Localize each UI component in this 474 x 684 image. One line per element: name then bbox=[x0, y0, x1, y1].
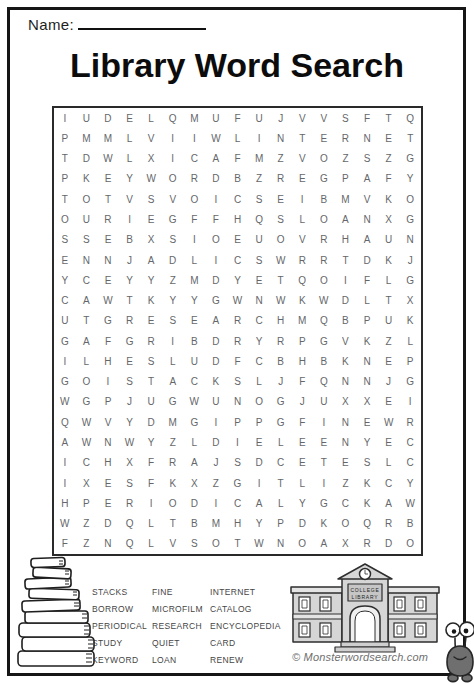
grid-cell-r2c3[interactable]: M bbox=[97, 128, 119, 148]
grid-cell-r4c16[interactable]: F bbox=[378, 169, 400, 189]
grid-cell-r19c14[interactable]: Z bbox=[335, 473, 357, 493]
grid-cell-r19c16[interactable]: C bbox=[378, 473, 400, 493]
grid-cell-r7c3[interactable]: E bbox=[97, 230, 119, 250]
grid-cell-r21c13[interactable]: K bbox=[313, 513, 335, 533]
grid-cell-r5c15[interactable]: V bbox=[356, 189, 378, 209]
grid-cell-r12c4[interactable]: G bbox=[119, 331, 141, 351]
grid-cell-r22c17[interactable]: O bbox=[399, 534, 421, 554]
grid-cell-r1c4[interactable]: E bbox=[119, 108, 141, 128]
grid-cell-r18c10[interactable]: D bbox=[248, 453, 270, 473]
grid-cell-r20c1[interactable]: H bbox=[54, 493, 76, 513]
grid-cell-r19c13[interactable]: I bbox=[313, 473, 335, 493]
grid-cell-r4c17[interactable]: Y bbox=[399, 169, 421, 189]
grid-cell-r16c10[interactable]: P bbox=[248, 412, 270, 432]
grid-cell-r17c7[interactable]: L bbox=[184, 432, 206, 452]
grid-cell-r20c6[interactable]: O bbox=[162, 493, 184, 513]
grid-cell-r10c15[interactable]: L bbox=[356, 290, 378, 310]
grid-cell-r15c14[interactable]: X bbox=[335, 392, 357, 412]
grid-cell-r11c16[interactable]: U bbox=[378, 311, 400, 331]
grid-cell-r15c12[interactable]: J bbox=[291, 392, 313, 412]
grid-cell-r6c4[interactable]: I bbox=[119, 209, 141, 229]
grid-cell-r3c2[interactable]: D bbox=[76, 149, 98, 169]
grid-cell-r19c4[interactable]: S bbox=[119, 473, 141, 493]
grid-cell-r13c13[interactable]: B bbox=[313, 351, 335, 371]
grid-cell-r12c2[interactable]: A bbox=[76, 331, 98, 351]
grid-cell-r14c16[interactable]: J bbox=[378, 372, 400, 392]
grid-cell-r1c7[interactable]: M bbox=[184, 108, 206, 128]
grid-cell-r11c7[interactable]: E bbox=[184, 311, 206, 331]
grid-cell-r3c6[interactable]: I bbox=[162, 149, 184, 169]
grid-cell-r6c7[interactable]: F bbox=[184, 209, 206, 229]
grid-cell-r20c12[interactable]: Y bbox=[291, 493, 313, 513]
grid-cell-r13c11[interactable]: B bbox=[270, 351, 292, 371]
grid-cell-r2c17[interactable]: T bbox=[399, 128, 421, 148]
grid-cell-r19c3[interactable]: E bbox=[97, 473, 119, 493]
grid-cell-r11c9[interactable]: R bbox=[227, 311, 249, 331]
grid-cell-r12c11[interactable]: R bbox=[270, 331, 292, 351]
grid-cell-r4c1[interactable]: P bbox=[54, 169, 76, 189]
grid-cell-r18c11[interactable]: C bbox=[270, 453, 292, 473]
grid-cell-r16c1[interactable]: Q bbox=[54, 412, 76, 432]
grid-cell-r9c17[interactable]: G bbox=[399, 270, 421, 290]
grid-cell-r17c13[interactable]: E bbox=[313, 432, 335, 452]
grid-cell-r5c5[interactable]: S bbox=[140, 189, 162, 209]
grid-cell-r19c2[interactable]: X bbox=[76, 473, 98, 493]
grid-cell-r6c5[interactable]: E bbox=[140, 209, 162, 229]
grid-cell-r16c7[interactable]: G bbox=[184, 412, 206, 432]
grid-cell-r13c4[interactable]: E bbox=[119, 351, 141, 371]
grid-cell-r14c10[interactable]: L bbox=[248, 372, 270, 392]
grid-cell-r2c12[interactable]: T bbox=[291, 128, 313, 148]
grid-cell-r13c9[interactable]: F bbox=[227, 351, 249, 371]
grid-cell-r4c11[interactable]: R bbox=[270, 169, 292, 189]
grid-cell-r21c10[interactable]: Y bbox=[248, 513, 270, 533]
grid-cell-r19c1[interactable]: I bbox=[54, 473, 76, 493]
grid-cell-r8c10[interactable]: S bbox=[248, 250, 270, 270]
grid-cell-r5c12[interactable]: I bbox=[291, 189, 313, 209]
grid-cell-r13c16[interactable]: E bbox=[378, 351, 400, 371]
grid-cell-r13c14[interactable]: K bbox=[335, 351, 357, 371]
grid-cell-r16c12[interactable]: F bbox=[291, 412, 313, 432]
grid-cell-r2c6[interactable]: I bbox=[162, 128, 184, 148]
grid-cell-r4c2[interactable]: K bbox=[76, 169, 98, 189]
grid-cell-r5c11[interactable]: E bbox=[270, 189, 292, 209]
grid-cell-r14c6[interactable]: A bbox=[162, 372, 184, 392]
grid-cell-r15c15[interactable]: X bbox=[356, 392, 378, 412]
grid-cell-r17c2[interactable]: W bbox=[76, 432, 98, 452]
grid-cell-r8c12[interactable]: R bbox=[291, 250, 313, 270]
grid-cell-r14c11[interactable]: J bbox=[270, 372, 292, 392]
grid-cell-r21c17[interactable]: B bbox=[399, 513, 421, 533]
grid-cell-r22c8[interactable]: O bbox=[205, 534, 227, 554]
grid-cell-r5c8[interactable]: I bbox=[205, 189, 227, 209]
grid-cell-r18c4[interactable]: X bbox=[119, 453, 141, 473]
grid-cell-r3c4[interactable]: L bbox=[119, 149, 141, 169]
grid-cell-r14c3[interactable]: I bbox=[97, 372, 119, 392]
grid-cell-r4c9[interactable]: B bbox=[227, 169, 249, 189]
grid-cell-r10c16[interactable]: T bbox=[378, 290, 400, 310]
grid-cell-r22c16[interactable]: D bbox=[378, 534, 400, 554]
grid-cell-r5c9[interactable]: C bbox=[227, 189, 249, 209]
grid-cell-r16c13[interactable]: I bbox=[313, 412, 335, 432]
grid-cell-r3c8[interactable]: A bbox=[205, 149, 227, 169]
grid-cell-r3c15[interactable]: S bbox=[356, 149, 378, 169]
grid-cell-r14c5[interactable]: T bbox=[140, 372, 162, 392]
grid-cell-r13c2[interactable]: L bbox=[76, 351, 98, 371]
grid-cell-r7c14[interactable]: H bbox=[335, 230, 357, 250]
grid-cell-r8c8[interactable]: I bbox=[205, 250, 227, 270]
grid-cell-r4c3[interactable]: E bbox=[97, 169, 119, 189]
grid-cell-r18c9[interactable]: S bbox=[227, 453, 249, 473]
grid-cell-r11c5[interactable]: E bbox=[140, 311, 162, 331]
grid-cell-r22c3[interactable]: N bbox=[97, 534, 119, 554]
grid-cell-r17c6[interactable]: Z bbox=[162, 432, 184, 452]
grid-cell-r12c17[interactable]: L bbox=[399, 331, 421, 351]
grid-cell-r2c10[interactable]: I bbox=[248, 128, 270, 148]
grid-cell-r3c10[interactable]: M bbox=[248, 149, 270, 169]
grid-cell-r21c15[interactable]: Q bbox=[356, 513, 378, 533]
grid-cell-r11c11[interactable]: H bbox=[270, 311, 292, 331]
grid-cell-r4c6[interactable]: O bbox=[162, 169, 184, 189]
grid-cell-r21c9[interactable]: H bbox=[227, 513, 249, 533]
grid-cell-r18c13[interactable]: T bbox=[313, 453, 335, 473]
grid-cell-r13c3[interactable]: H bbox=[97, 351, 119, 371]
grid-cell-r18c7[interactable]: A bbox=[184, 453, 206, 473]
grid-cell-r21c5[interactable]: L bbox=[140, 513, 162, 533]
grid-cell-r15c4[interactable]: J bbox=[119, 392, 141, 412]
grid-cell-r2c15[interactable]: N bbox=[356, 128, 378, 148]
grid-cell-r6c9[interactable]: H bbox=[227, 209, 249, 229]
grid-cell-r12c12[interactable]: P bbox=[291, 331, 313, 351]
grid-cell-r9c2[interactable]: C bbox=[76, 270, 98, 290]
grid-cell-r19c5[interactable]: F bbox=[140, 473, 162, 493]
grid-cell-r17c14[interactable]: N bbox=[335, 432, 357, 452]
grid-cell-r2c9[interactable]: L bbox=[227, 128, 249, 148]
grid-cell-r1c3[interactable]: D bbox=[97, 108, 119, 128]
grid-cell-r21c1[interactable]: W bbox=[54, 513, 76, 533]
grid-cell-r15c16[interactable]: E bbox=[378, 392, 400, 412]
grid-cell-r9c13[interactable]: O bbox=[313, 270, 335, 290]
grid-cell-r8c9[interactable]: C bbox=[227, 250, 249, 270]
grid-cell-r8c7[interactable]: L bbox=[184, 250, 206, 270]
grid-cell-r11c12[interactable]: M bbox=[291, 311, 313, 331]
grid-cell-r7c1[interactable]: S bbox=[54, 230, 76, 250]
grid-cell-r1c1[interactable]: I bbox=[54, 108, 76, 128]
grid-cell-r14c9[interactable]: S bbox=[227, 372, 249, 392]
grid-cell-r10c10[interactable]: N bbox=[248, 290, 270, 310]
grid-cell-r12c16[interactable]: Z bbox=[378, 331, 400, 351]
grid-cell-r7c7[interactable]: I bbox=[184, 230, 206, 250]
grid-cell-r6c1[interactable]: O bbox=[54, 209, 76, 229]
grid-cell-r17c8[interactable]: D bbox=[205, 432, 227, 452]
grid-cell-r10c6[interactable]: Y bbox=[162, 290, 184, 310]
grid-cell-r2c1[interactable]: P bbox=[54, 128, 76, 148]
grid-cell-r9c15[interactable]: F bbox=[356, 270, 378, 290]
grid-cell-r13c8[interactable]: D bbox=[205, 351, 227, 371]
grid-cell-r8c16[interactable]: K bbox=[378, 250, 400, 270]
grid-cell-r20c4[interactable]: R bbox=[119, 493, 141, 513]
grid-cell-r7c6[interactable]: S bbox=[162, 230, 184, 250]
grid-cell-r4c8[interactable]: D bbox=[205, 169, 227, 189]
grid-cell-r2c5[interactable]: V bbox=[140, 128, 162, 148]
grid-cell-r3c5[interactable]: X bbox=[140, 149, 162, 169]
grid-cell-r6c3[interactable]: R bbox=[97, 209, 119, 229]
grid-cell-r1c13[interactable]: V bbox=[313, 108, 335, 128]
grid-cell-r15c9[interactable]: N bbox=[227, 392, 249, 412]
grid-cell-r10c9[interactable]: W bbox=[227, 290, 249, 310]
grid-cell-r2c16[interactable]: E bbox=[378, 128, 400, 148]
grid-cell-r11c3[interactable]: G bbox=[97, 311, 119, 331]
grid-cell-r4c12[interactable]: E bbox=[291, 169, 313, 189]
grid-cell-r22c14[interactable]: X bbox=[335, 534, 357, 554]
grid-cell-r22c12[interactable]: O bbox=[291, 534, 313, 554]
grid-cell-r19c17[interactable]: Y bbox=[399, 473, 421, 493]
grid-cell-r18c17[interactable]: C bbox=[399, 453, 421, 473]
grid-cell-r13c10[interactable]: C bbox=[248, 351, 270, 371]
grid-cell-r15c11[interactable]: G bbox=[270, 392, 292, 412]
grid-cell-r20c5[interactable]: I bbox=[140, 493, 162, 513]
grid-cell-r10c17[interactable]: X bbox=[399, 290, 421, 310]
grid-cell-r8c4[interactable]: J bbox=[119, 250, 141, 270]
grid-cell-r22c13[interactable]: A bbox=[313, 534, 335, 554]
grid-cell-r3c11[interactable]: Z bbox=[270, 149, 292, 169]
grid-cell-r19c15[interactable]: K bbox=[356, 473, 378, 493]
grid-cell-r1c2[interactable]: U bbox=[76, 108, 98, 128]
grid-cell-r11c2[interactable]: T bbox=[76, 311, 98, 331]
grid-cell-r19c9[interactable]: G bbox=[227, 473, 249, 493]
grid-cell-r18c12[interactable]: E bbox=[291, 453, 313, 473]
grid-cell-r19c7[interactable]: X bbox=[184, 473, 206, 493]
grid-cell-r5c1[interactable]: T bbox=[54, 189, 76, 209]
grid-cell-r10c7[interactable]: Y bbox=[184, 290, 206, 310]
grid-cell-r17c16[interactable]: E bbox=[378, 432, 400, 452]
grid-cell-r7c11[interactable]: O bbox=[270, 230, 292, 250]
grid-cell-r6c13[interactable]: O bbox=[313, 209, 335, 229]
grid-cell-r12c3[interactable]: F bbox=[97, 331, 119, 351]
grid-cell-r5c3[interactable]: T bbox=[97, 189, 119, 209]
grid-cell-r16c16[interactable]: W bbox=[378, 412, 400, 432]
grid-cell-r11c13[interactable]: Q bbox=[313, 311, 335, 331]
grid-cell-r18c8[interactable]: J bbox=[205, 453, 227, 473]
grid-cell-r1c17[interactable]: Q bbox=[399, 108, 421, 128]
grid-cell-r14c7[interactable]: C bbox=[184, 372, 206, 392]
grid-cell-r17c5[interactable]: Y bbox=[140, 432, 162, 452]
grid-cell-r7c13[interactable]: R bbox=[313, 230, 335, 250]
grid-cell-r14c2[interactable]: O bbox=[76, 372, 98, 392]
grid-cell-r19c8[interactable]: Z bbox=[205, 473, 227, 493]
grid-cell-r10c5[interactable]: K bbox=[140, 290, 162, 310]
grid-cell-r2c8[interactable]: W bbox=[205, 128, 227, 148]
grid-cell-r20c8[interactable]: I bbox=[205, 493, 227, 513]
grid-cell-r6c11[interactable]: S bbox=[270, 209, 292, 229]
grid-cell-r17c1[interactable]: A bbox=[54, 432, 76, 452]
grid-cell-r20c3[interactable]: E bbox=[97, 493, 119, 513]
name-input-line[interactable] bbox=[78, 16, 206, 30]
grid-cell-r7c9[interactable]: E bbox=[227, 230, 249, 250]
grid-cell-r11c10[interactable]: C bbox=[248, 311, 270, 331]
grid-cell-r4c5[interactable]: W bbox=[140, 169, 162, 189]
grid-cell-r8c2[interactable]: N bbox=[76, 250, 98, 270]
grid-cell-r10c4[interactable]: T bbox=[119, 290, 141, 310]
grid-cell-r9c9[interactable]: Y bbox=[227, 270, 249, 290]
grid-cell-r5c17[interactable]: O bbox=[399, 189, 421, 209]
grid-cell-r12c8[interactable]: D bbox=[205, 331, 227, 351]
grid-cell-r9c11[interactable]: T bbox=[270, 270, 292, 290]
grid-cell-r21c8[interactable]: M bbox=[205, 513, 227, 533]
grid-cell-r18c5[interactable]: F bbox=[140, 453, 162, 473]
grid-cell-r17c4[interactable]: W bbox=[119, 432, 141, 452]
grid-cell-r1c11[interactable]: J bbox=[270, 108, 292, 128]
grid-cell-r15c6[interactable]: G bbox=[162, 392, 184, 412]
grid-cell-r6c15[interactable]: N bbox=[356, 209, 378, 229]
grid-cell-r12c5[interactable]: R bbox=[140, 331, 162, 351]
grid-cell-r12c14[interactable]: V bbox=[335, 331, 357, 351]
grid-cell-r8c13[interactable]: R bbox=[313, 250, 335, 270]
grid-cell-r5c16[interactable]: K bbox=[378, 189, 400, 209]
grid-cell-r12c6[interactable]: I bbox=[162, 331, 184, 351]
grid-cell-r1c10[interactable]: U bbox=[248, 108, 270, 128]
grid-cell-r9c14[interactable]: I bbox=[335, 270, 357, 290]
grid-cell-r16c4[interactable]: Y bbox=[119, 412, 141, 432]
grid-cell-r20c10[interactable]: A bbox=[248, 493, 270, 513]
grid-cell-r1c6[interactable]: Q bbox=[162, 108, 184, 128]
grid-cell-r12c9[interactable]: R bbox=[227, 331, 249, 351]
grid-cell-r14c1[interactable]: G bbox=[54, 372, 76, 392]
grid-cell-r12c10[interactable]: Y bbox=[248, 331, 270, 351]
grid-cell-r22c15[interactable]: R bbox=[356, 534, 378, 554]
grid-cell-r18c6[interactable]: R bbox=[162, 453, 184, 473]
grid-cell-r4c7[interactable]: R bbox=[184, 169, 206, 189]
grid-cell-r11c17[interactable]: K bbox=[399, 311, 421, 331]
grid-cell-r4c10[interactable]: Z bbox=[248, 169, 270, 189]
grid-cell-r3c1[interactable]: T bbox=[54, 149, 76, 169]
grid-cell-r5c10[interactable]: S bbox=[248, 189, 270, 209]
grid-cell-r16c15[interactable]: E bbox=[356, 412, 378, 432]
grid-cell-r14c15[interactable]: N bbox=[356, 372, 378, 392]
grid-cell-r12c13[interactable]: G bbox=[313, 331, 335, 351]
grid-cell-r5c4[interactable]: V bbox=[119, 189, 141, 209]
grid-cell-r10c2[interactable]: A bbox=[76, 290, 98, 310]
grid-cell-r22c9[interactable]: T bbox=[227, 534, 249, 554]
grid-cell-r12c15[interactable]: K bbox=[356, 331, 378, 351]
grid-cell-r15c10[interactable]: O bbox=[248, 392, 270, 412]
grid-cell-r8c5[interactable]: A bbox=[140, 250, 162, 270]
grid-cell-r7c10[interactable]: U bbox=[248, 230, 270, 250]
grid-cell-r5c6[interactable]: V bbox=[162, 189, 184, 209]
grid-cell-r22c2[interactable]: Z bbox=[76, 534, 98, 554]
grid-cell-r18c14[interactable]: E bbox=[335, 453, 357, 473]
grid-cell-r20c13[interactable]: G bbox=[313, 493, 335, 513]
grid-cell-r3c16[interactable]: Z bbox=[378, 149, 400, 169]
grid-cell-r21c11[interactable]: P bbox=[270, 513, 292, 533]
grid-cell-r11c15[interactable]: P bbox=[356, 311, 378, 331]
grid-cell-r20c9[interactable]: C bbox=[227, 493, 249, 513]
grid-cell-r7c17[interactable]: N bbox=[399, 230, 421, 250]
grid-cell-r16c17[interactable]: R bbox=[399, 412, 421, 432]
grid-cell-r19c11[interactable]: T bbox=[270, 473, 292, 493]
grid-cell-r11c4[interactable]: R bbox=[119, 311, 141, 331]
grid-cell-r19c12[interactable]: L bbox=[291, 473, 313, 493]
grid-cell-r22c1[interactable]: F bbox=[54, 534, 76, 554]
grid-cell-r18c16[interactable]: L bbox=[378, 453, 400, 473]
grid-cell-r2c7[interactable]: I bbox=[184, 128, 206, 148]
grid-cell-r4c14[interactable]: P bbox=[335, 169, 357, 189]
grid-cell-r19c6[interactable]: K bbox=[162, 473, 184, 493]
grid-cell-r9c8[interactable]: D bbox=[205, 270, 227, 290]
grid-cell-r15c2[interactable]: G bbox=[76, 392, 98, 412]
grid-cell-r10c12[interactable]: K bbox=[291, 290, 313, 310]
grid-cell-r3c12[interactable]: V bbox=[291, 149, 313, 169]
grid-cell-r6c6[interactable]: G bbox=[162, 209, 184, 229]
grid-cell-r9c3[interactable]: E bbox=[97, 270, 119, 290]
grid-cell-r5c2[interactable]: O bbox=[76, 189, 98, 209]
grid-cell-r11c6[interactable]: S bbox=[162, 311, 184, 331]
grid-cell-r16c3[interactable]: V bbox=[97, 412, 119, 432]
grid-cell-r13c5[interactable]: S bbox=[140, 351, 162, 371]
grid-cell-r15c3[interactable]: P bbox=[97, 392, 119, 412]
grid-cell-r8c11[interactable]: W bbox=[270, 250, 292, 270]
grid-cell-r8c14[interactable]: T bbox=[335, 250, 357, 270]
grid-cell-r9c16[interactable]: L bbox=[378, 270, 400, 290]
grid-cell-r1c12[interactable]: V bbox=[291, 108, 313, 128]
grid-cell-r10c11[interactable]: W bbox=[270, 290, 292, 310]
grid-cell-r16c5[interactable]: D bbox=[140, 412, 162, 432]
grid-cell-r13c17[interactable]: P bbox=[399, 351, 421, 371]
grid-cell-r1c14[interactable]: S bbox=[335, 108, 357, 128]
grid-cell-r9c12[interactable]: Q bbox=[291, 270, 313, 290]
grid-cell-r16c14[interactable]: N bbox=[335, 412, 357, 432]
grid-cell-r9c5[interactable]: Y bbox=[140, 270, 162, 290]
grid-cell-r13c15[interactable]: N bbox=[356, 351, 378, 371]
grid-cell-r6c17[interactable]: G bbox=[399, 209, 421, 229]
grid-cell-r9c1[interactable]: Y bbox=[54, 270, 76, 290]
grid-cell-r16c2[interactable]: W bbox=[76, 412, 98, 432]
grid-cell-r20c15[interactable]: K bbox=[356, 493, 378, 513]
grid-cell-r22c7[interactable]: S bbox=[184, 534, 206, 554]
grid-cell-r5c13[interactable]: B bbox=[313, 189, 335, 209]
grid-cell-r8c1[interactable]: E bbox=[54, 250, 76, 270]
grid-cell-r15c5[interactable]: U bbox=[140, 392, 162, 412]
grid-cell-r14c12[interactable]: F bbox=[291, 372, 313, 392]
grid-cell-r15c7[interactable]: W bbox=[184, 392, 206, 412]
grid-cell-r1c16[interactable]: T bbox=[378, 108, 400, 128]
grid-cell-r18c15[interactable]: S bbox=[356, 453, 378, 473]
grid-cell-r11c14[interactable]: B bbox=[335, 311, 357, 331]
grid-cell-r13c1[interactable]: I bbox=[54, 351, 76, 371]
grid-cell-r16c8[interactable]: I bbox=[205, 412, 227, 432]
grid-cell-r3c17[interactable]: G bbox=[399, 149, 421, 169]
grid-cell-r10c8[interactable]: G bbox=[205, 290, 227, 310]
grid-cell-r4c15[interactable]: A bbox=[356, 169, 378, 189]
grid-cell-r20c7[interactable]: D bbox=[184, 493, 206, 513]
grid-cell-r2c14[interactable]: R bbox=[335, 128, 357, 148]
grid-cell-r11c1[interactable]: U bbox=[54, 311, 76, 331]
grid-cell-r6c10[interactable]: Q bbox=[248, 209, 270, 229]
grid-cell-r22c10[interactable]: W bbox=[248, 534, 270, 554]
grid-cell-r7c16[interactable]: U bbox=[378, 230, 400, 250]
grid-cell-r9c10[interactable]: E bbox=[248, 270, 270, 290]
grid-cell-r14c8[interactable]: K bbox=[205, 372, 227, 392]
grid-cell-r7c15[interactable]: A bbox=[356, 230, 378, 250]
grid-cell-r6c2[interactable]: U bbox=[76, 209, 98, 229]
grid-cell-r4c4[interactable]: Y bbox=[119, 169, 141, 189]
grid-cell-r17c15[interactable]: Y bbox=[356, 432, 378, 452]
grid-cell-r8c15[interactable]: D bbox=[356, 250, 378, 270]
grid-cell-r22c4[interactable]: Q bbox=[119, 534, 141, 554]
grid-cell-r14c13[interactable]: Q bbox=[313, 372, 335, 392]
grid-cell-r17c17[interactable]: C bbox=[399, 432, 421, 452]
grid-cell-r6c12[interactable]: L bbox=[291, 209, 313, 229]
